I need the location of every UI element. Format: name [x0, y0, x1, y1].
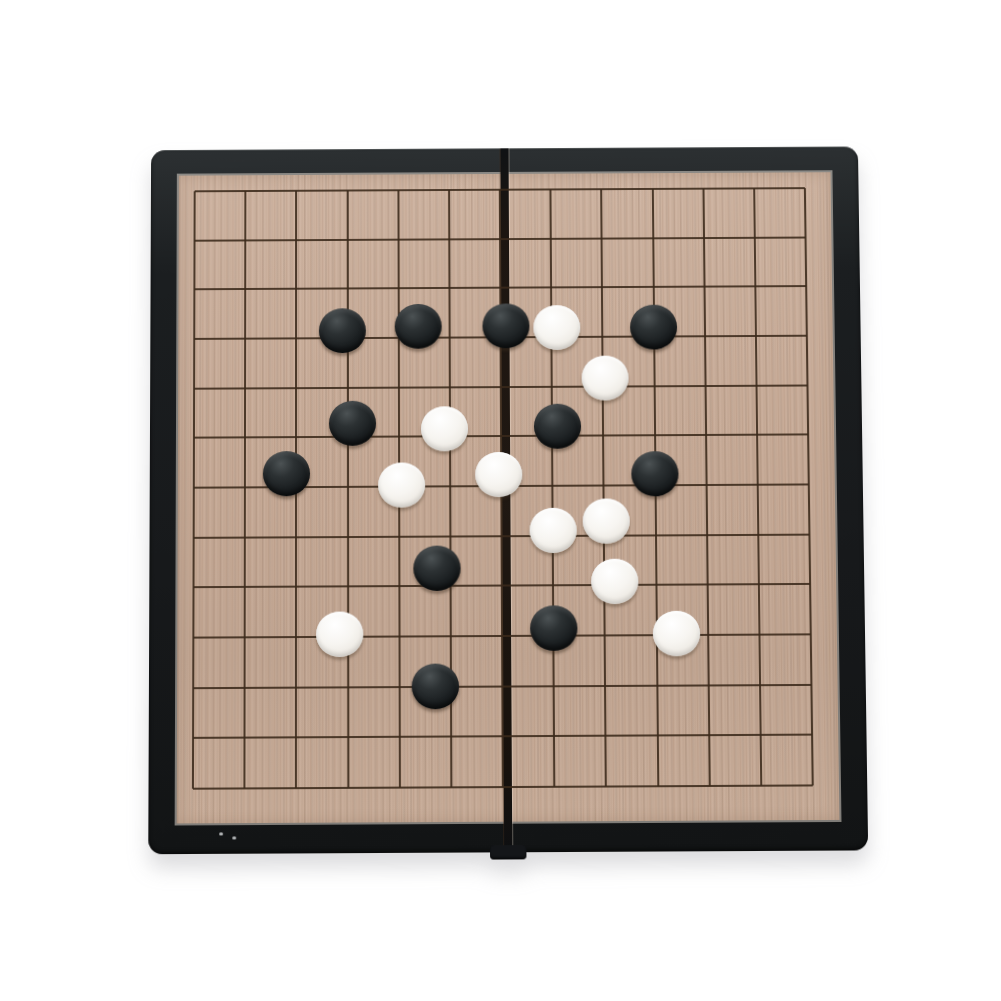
stone-white[interactable]: [581, 356, 628, 401]
stone-black[interactable]: [414, 545, 461, 591]
board-frame: [148, 146, 868, 854]
stone-white[interactable]: [591, 558, 639, 604]
go-board[interactable]: [148, 146, 868, 854]
stone-black[interactable]: [412, 664, 459, 710]
stone-white[interactable]: [378, 462, 425, 507]
stone-white[interactable]: [529, 508, 576, 553]
stone-white[interactable]: [316, 611, 363, 657]
stone-white[interactable]: [653, 610, 701, 656]
stone-white[interactable]: [475, 451, 522, 496]
stone-black[interactable]: [319, 308, 366, 353]
stone-black[interactable]: [530, 605, 578, 651]
fold-hinge: [490, 845, 526, 859]
frame-speck: [219, 832, 223, 835]
stone-black[interactable]: [482, 303, 529, 348]
stone-white[interactable]: [533, 305, 580, 350]
stones-layer: [193, 188, 813, 789]
stone-black[interactable]: [630, 304, 677, 349]
stone-black[interactable]: [631, 451, 678, 496]
frame-speck: [232, 836, 236, 839]
stone-black[interactable]: [534, 403, 581, 448]
board-surface: [177, 172, 840, 823]
stone-black[interactable]: [329, 401, 376, 446]
stone-black[interactable]: [263, 451, 310, 496]
stone-white[interactable]: [582, 499, 629, 544]
stone-white[interactable]: [421, 406, 468, 451]
stone-black[interactable]: [395, 303, 442, 348]
product-photo-background: [0, 0, 1001, 1001]
